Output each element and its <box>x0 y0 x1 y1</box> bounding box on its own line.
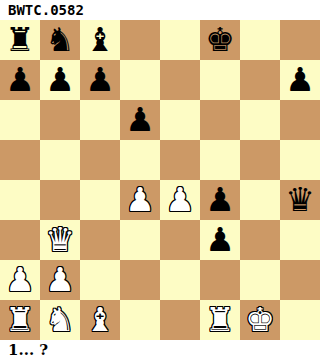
square-b3[interactable]: ♛ <box>40 220 80 260</box>
square-d3[interactable] <box>120 220 160 260</box>
square-d2[interactable] <box>120 260 160 300</box>
square-h6[interactable] <box>280 100 320 140</box>
square-f3[interactable]: ♟ <box>200 220 240 260</box>
black-king[interactable]: ♚ <box>200 20 240 60</box>
black-knight[interactable]: ♞ <box>40 20 80 60</box>
black-rook[interactable]: ♜ <box>0 20 40 60</box>
square-a5[interactable] <box>0 140 40 180</box>
square-d6[interactable]: ♟ <box>120 100 160 140</box>
square-f5[interactable] <box>200 140 240 180</box>
square-c8[interactable]: ♝ <box>80 20 120 60</box>
square-b4[interactable] <box>40 180 80 220</box>
black-bishop[interactable]: ♝ <box>80 20 120 60</box>
square-h3[interactable] <box>280 220 320 260</box>
square-h8[interactable] <box>280 20 320 60</box>
square-h4[interactable]: ♛ <box>280 180 320 220</box>
square-a7[interactable]: ♟ <box>0 60 40 100</box>
square-g5[interactable] <box>240 140 280 180</box>
square-b5[interactable] <box>40 140 80 180</box>
square-a6[interactable] <box>0 100 40 140</box>
square-c3[interactable] <box>80 220 120 260</box>
square-a2[interactable]: ♟ <box>0 260 40 300</box>
black-pawn[interactable]: ♟ <box>200 180 240 220</box>
square-f2[interactable] <box>200 260 240 300</box>
square-h7[interactable]: ♟ <box>280 60 320 100</box>
black-pawn[interactable]: ♟ <box>120 100 160 140</box>
square-e2[interactable] <box>160 260 200 300</box>
square-a3[interactable] <box>0 220 40 260</box>
white-queen[interactable]: ♛ <box>40 220 80 260</box>
chess-trainer-window: BWTC.0582 ♜♞♝♚♟♟♟♟♟♟♟♟♛♛♟♟♟♜♞♝♜♚ 1... ? <box>0 0 320 360</box>
chess-board: ♜♞♝♚♟♟♟♟♟♟♟♟♛♛♟♟♟♜♞♝♜♚ <box>0 20 320 340</box>
black-pawn[interactable]: ♟ <box>40 60 80 100</box>
square-e3[interactable] <box>160 220 200 260</box>
square-b2[interactable]: ♟ <box>40 260 80 300</box>
square-e5[interactable] <box>160 140 200 180</box>
square-b8[interactable]: ♞ <box>40 20 80 60</box>
square-a4[interactable] <box>0 180 40 220</box>
square-d7[interactable] <box>120 60 160 100</box>
square-f6[interactable] <box>200 100 240 140</box>
black-pawn[interactable]: ♟ <box>80 60 120 100</box>
square-f4[interactable]: ♟ <box>200 180 240 220</box>
square-d4[interactable]: ♟ <box>120 180 160 220</box>
square-g2[interactable] <box>240 260 280 300</box>
white-knight[interactable]: ♞ <box>40 300 80 340</box>
square-h5[interactable] <box>280 140 320 180</box>
square-g8[interactable] <box>240 20 280 60</box>
white-rook[interactable]: ♜ <box>200 300 240 340</box>
square-f8[interactable]: ♚ <box>200 20 240 60</box>
square-c7[interactable]: ♟ <box>80 60 120 100</box>
white-rook[interactable]: ♜ <box>0 300 40 340</box>
square-e1[interactable] <box>160 300 200 340</box>
square-g1[interactable]: ♚ <box>240 300 280 340</box>
white-king[interactable]: ♚ <box>240 300 280 340</box>
square-e8[interactable] <box>160 20 200 60</box>
white-bishop[interactable]: ♝ <box>80 300 120 340</box>
square-c1[interactable]: ♝ <box>80 300 120 340</box>
square-d5[interactable] <box>120 140 160 180</box>
square-a8[interactable]: ♜ <box>0 20 40 60</box>
square-g3[interactable] <box>240 220 280 260</box>
square-h1[interactable] <box>280 300 320 340</box>
puzzle-id: BWTC.0582 <box>8 2 84 18</box>
square-a1[interactable]: ♜ <box>0 300 40 340</box>
black-queen[interactable]: ♛ <box>280 180 320 220</box>
square-g6[interactable] <box>240 100 280 140</box>
square-d1[interactable] <box>120 300 160 340</box>
square-c5[interactable] <box>80 140 120 180</box>
white-pawn[interactable]: ♟ <box>0 260 40 300</box>
move-prompt: 1... ? <box>8 341 48 359</box>
square-f7[interactable] <box>200 60 240 100</box>
square-b1[interactable]: ♞ <box>40 300 80 340</box>
black-pawn[interactable]: ♟ <box>200 220 240 260</box>
white-pawn[interactable]: ♟ <box>160 180 200 220</box>
square-h2[interactable] <box>280 260 320 300</box>
square-g4[interactable] <box>240 180 280 220</box>
white-pawn[interactable]: ♟ <box>120 180 160 220</box>
square-f1[interactable]: ♜ <box>200 300 240 340</box>
square-e4[interactable]: ♟ <box>160 180 200 220</box>
square-b6[interactable] <box>40 100 80 140</box>
square-c4[interactable] <box>80 180 120 220</box>
black-pawn[interactable]: ♟ <box>280 60 320 100</box>
white-pawn[interactable]: ♟ <box>40 260 80 300</box>
square-c2[interactable] <box>80 260 120 300</box>
square-g7[interactable] <box>240 60 280 100</box>
move-prompt-bar: 1... ? <box>0 340 320 360</box>
black-pawn[interactable]: ♟ <box>0 60 40 100</box>
title-bar: BWTC.0582 <box>0 0 320 20</box>
square-d8[interactable] <box>120 20 160 60</box>
square-b7[interactable]: ♟ <box>40 60 80 100</box>
square-e6[interactable] <box>160 100 200 140</box>
square-c6[interactable] <box>80 100 120 140</box>
square-e7[interactable] <box>160 60 200 100</box>
